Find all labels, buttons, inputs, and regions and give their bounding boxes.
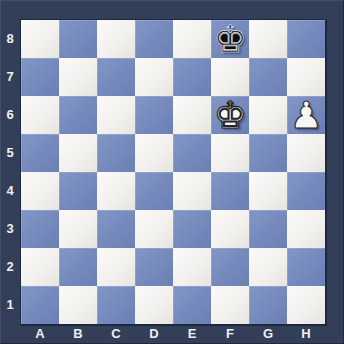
rank-label-6: 6 [0,96,20,134]
square-h1[interactable] [287,286,325,324]
square-f3[interactable] [211,210,249,248]
square-e8[interactable] [173,20,211,58]
square-a1[interactable] [21,286,59,324]
square-b7[interactable] [59,58,97,96]
square-a4[interactable] [21,172,59,210]
square-g7[interactable] [249,58,287,96]
square-e6[interactable] [173,96,211,134]
square-h3[interactable] [287,210,325,248]
white-king[interactable]: ♚ [211,96,249,134]
square-a8[interactable] [21,20,59,58]
file-label-a: A [21,324,59,344]
square-b1[interactable] [59,286,97,324]
rank-label-1: 1 [0,286,20,324]
square-g2[interactable] [249,248,287,286]
square-e4[interactable] [173,172,211,210]
black-king[interactable]: ♚ [211,20,249,58]
square-a6[interactable] [21,96,59,134]
rank-label-4: 4 [0,172,20,210]
rank-label-7: 7 [0,58,20,96]
square-b4[interactable] [59,172,97,210]
square-g8[interactable] [249,20,287,58]
square-g6[interactable] [249,96,287,134]
square-c6[interactable] [97,96,135,134]
square-b5[interactable] [59,134,97,172]
square-f7[interactable] [211,58,249,96]
file-label-b: B [59,324,97,344]
square-e3[interactable] [173,210,211,248]
square-h5[interactable] [287,134,325,172]
square-g1[interactable] [249,286,287,324]
square-e2[interactable] [173,248,211,286]
square-b2[interactable] [59,248,97,286]
square-e1[interactable] [173,286,211,324]
square-c1[interactable] [97,286,135,324]
rank-label-3: 3 [0,210,20,248]
square-d2[interactable] [135,248,173,286]
rank-label-5: 5 [0,134,20,172]
file-label-c: C [97,324,135,344]
square-d8[interactable] [135,20,173,58]
file-label-f: F [211,324,249,344]
file-label-e: E [173,324,211,344]
square-c7[interactable] [97,58,135,96]
square-a2[interactable] [21,248,59,286]
square-c8[interactable] [97,20,135,58]
square-d3[interactable] [135,210,173,248]
chess-board: ♚♚♟ [20,19,326,325]
square-b6[interactable] [59,96,97,134]
board-frame: 87654321 ♚♚♟ ABCDEFGH [0,0,344,344]
square-d1[interactable] [135,286,173,324]
square-h2[interactable] [287,248,325,286]
file-label-d: D [135,324,173,344]
square-a7[interactable] [21,58,59,96]
square-g3[interactable] [249,210,287,248]
square-b8[interactable] [59,20,97,58]
square-f5[interactable] [211,134,249,172]
file-label-h: H [287,324,325,344]
square-e7[interactable] [173,58,211,96]
rank-labels: 87654321 [0,20,20,324]
rank-label-8: 8 [0,20,20,58]
square-b3[interactable] [59,210,97,248]
square-c5[interactable] [97,134,135,172]
square-h4[interactable] [287,172,325,210]
file-label-g: G [249,324,287,344]
square-f6[interactable]: ♚ [211,96,249,134]
file-labels: ABCDEFGH [21,324,325,344]
square-d7[interactable] [135,58,173,96]
square-d4[interactable] [135,172,173,210]
square-a3[interactable] [21,210,59,248]
square-f4[interactable] [211,172,249,210]
square-d6[interactable] [135,96,173,134]
square-g5[interactable] [249,134,287,172]
square-h8[interactable] [287,20,325,58]
square-h6[interactable]: ♟ [287,96,325,134]
square-f2[interactable] [211,248,249,286]
white-pawn[interactable]: ♟ [287,96,325,134]
square-h7[interactable] [287,58,325,96]
square-c4[interactable] [97,172,135,210]
rank-label-2: 2 [0,248,20,286]
square-c3[interactable] [97,210,135,248]
square-a5[interactable] [21,134,59,172]
square-e5[interactable] [173,134,211,172]
square-d5[interactable] [135,134,173,172]
square-f1[interactable] [211,286,249,324]
square-f8[interactable]: ♚ [211,20,249,58]
square-g4[interactable] [249,172,287,210]
square-c2[interactable] [97,248,135,286]
